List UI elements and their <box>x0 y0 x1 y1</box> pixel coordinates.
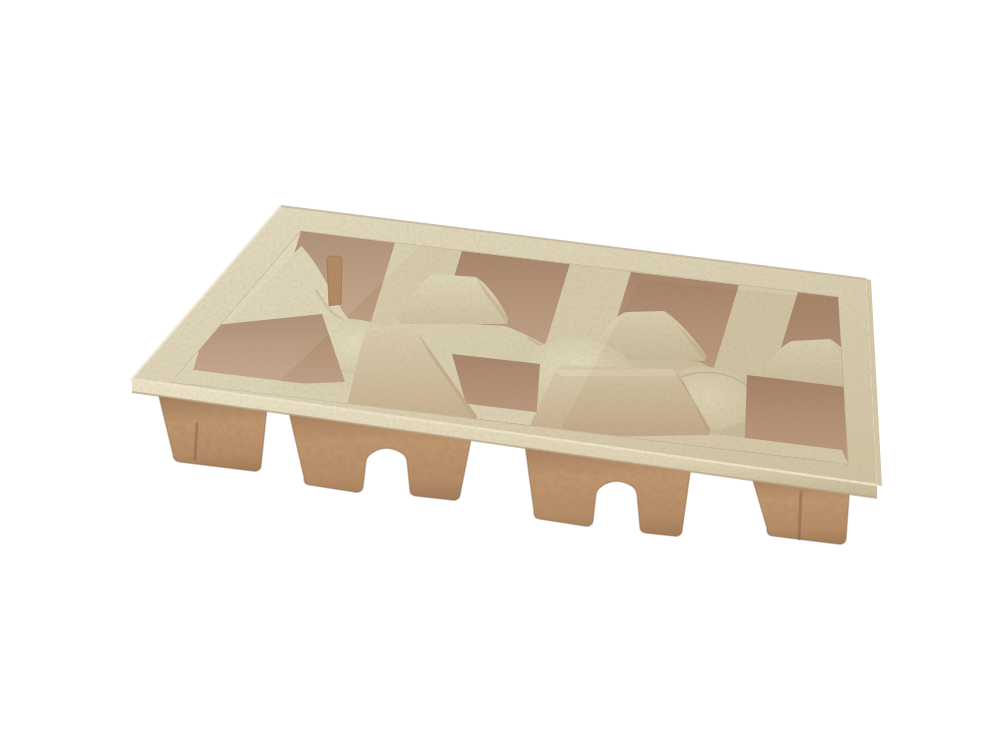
photo-canvas <box>0 0 1000 750</box>
product-photo <box>0 0 1000 750</box>
pulp-tray-illustration <box>0 0 1000 750</box>
